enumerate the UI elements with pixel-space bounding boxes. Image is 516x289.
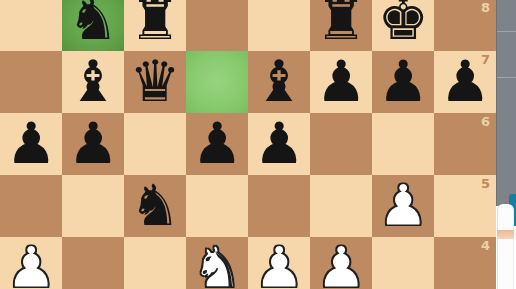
square-b5[interactable] [62, 175, 124, 237]
square-f5[interactable] [310, 175, 372, 237]
piece-black-bishop[interactable]: ♝ [67, 53, 118, 110]
square-c8[interactable]: ♜ [124, 0, 186, 51]
piece-white-pawn[interactable]: ♟ [315, 239, 366, 289]
square-a4[interactable]: ♟ [0, 237, 62, 289]
square-d4[interactable]: ♞ [186, 237, 248, 289]
square-d5[interactable] [186, 175, 248, 237]
side-panel [496, 0, 516, 289]
square-f7[interactable]: ♟ [310, 51, 372, 113]
piece-black-pawn[interactable]: ♟ [253, 115, 304, 172]
peach-divider [497, 230, 514, 239]
piece-black-rook[interactable]: ♜ [129, 0, 180, 48]
rank-label-6: 6 [481, 115, 490, 128]
square-g5[interactable]: ♟ [372, 175, 434, 237]
piece-black-king[interactable]: ♚ [377, 0, 428, 48]
square-g7[interactable]: ♟ [372, 51, 434, 113]
scrollbar-thumb[interactable] [496, 0, 516, 206]
square-a5[interactable] [0, 175, 62, 237]
square-g6[interactable] [372, 113, 434, 175]
square-c6[interactable] [124, 113, 186, 175]
square-e5[interactable] [248, 175, 310, 237]
square-b4[interactable] [62, 237, 124, 289]
scrollbar-groove-line [497, 77, 516, 78]
square-d7[interactable] [186, 51, 248, 113]
square-h7[interactable]: ♟7 [434, 51, 496, 113]
scrollbar-track[interactable] [497, 204, 514, 289]
square-f8[interactable]: ♜ [310, 0, 372, 51]
square-e6[interactable]: ♟ [248, 113, 310, 175]
rank-label-8: 8 [481, 1, 490, 14]
square-b6[interactable]: ♟ [62, 113, 124, 175]
square-g8[interactable]: ♚ [372, 0, 434, 51]
square-h6[interactable]: 6 [434, 113, 496, 175]
square-a6[interactable]: ♟ [0, 113, 62, 175]
rank-label-4: 4 [481, 239, 490, 252]
square-e4[interactable]: ♟ [248, 237, 310, 289]
piece-black-rook[interactable]: ♜ [315, 0, 366, 48]
piece-black-pawn[interactable]: ♟ [191, 115, 242, 172]
square-b7[interactable]: ♝ [62, 51, 124, 113]
square-h8[interactable]: 8 [434, 0, 496, 51]
piece-black-pawn[interactable]: ♟ [315, 53, 366, 110]
square-h5[interactable]: 5 [434, 175, 496, 237]
piece-black-bishop[interactable]: ♝ [253, 53, 304, 110]
square-c7[interactable]: ♛ [124, 51, 186, 113]
piece-black-queen[interactable]: ♛ [129, 53, 180, 110]
rank-label-5: 5 [481, 177, 490, 190]
square-f6[interactable] [310, 113, 372, 175]
piece-white-knight[interactable]: ♞ [191, 239, 242, 289]
chess-app-viewport: ♞♜♜♚8♝♛♝♟♟♟7♟♟♟♟6♞♟5♟♞♟♟4 [0, 0, 516, 289]
chess-board: ♞♜♜♚8♝♛♝♟♟♟7♟♟♟♟6♞♟5♟♞♟♟4 [0, 0, 496, 289]
square-d6[interactable]: ♟ [186, 113, 248, 175]
piece-white-pawn[interactable]: ♟ [253, 239, 304, 289]
square-a8[interactable] [0, 0, 62, 51]
square-b8[interactable]: ♞ [62, 0, 124, 51]
piece-black-pawn[interactable]: ♟ [377, 53, 428, 110]
piece-black-pawn[interactable]: ♟ [67, 115, 118, 172]
square-f4[interactable]: ♟ [310, 237, 372, 289]
square-e8[interactable] [248, 0, 310, 51]
piece-black-knight[interactable]: ♞ [129, 177, 180, 234]
scrollbar-groove-line [497, 31, 516, 32]
square-d8[interactable] [186, 0, 248, 51]
piece-black-knight[interactable]: ♞ [67, 0, 118, 48]
rank-label-7: 7 [481, 53, 490, 66]
square-g4[interactable] [372, 237, 434, 289]
square-c5[interactable]: ♞ [124, 175, 186, 237]
piece-white-pawn[interactable]: ♟ [377, 177, 428, 234]
square-c4[interactable] [124, 237, 186, 289]
piece-black-pawn[interactable]: ♟ [5, 115, 56, 172]
square-h4[interactable]: 4 [434, 237, 496, 289]
square-e7[interactable]: ♝ [248, 51, 310, 113]
square-a7[interactable] [0, 51, 62, 113]
piece-white-pawn[interactable]: ♟ [5, 239, 56, 289]
